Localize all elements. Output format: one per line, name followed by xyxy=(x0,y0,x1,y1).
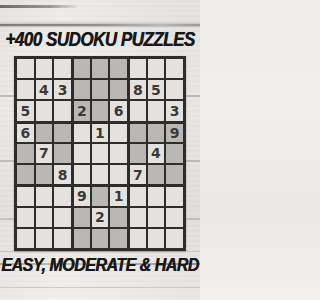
sudoku-cell-r1c4 xyxy=(73,59,90,78)
plank-seam xyxy=(0,5,200,8)
sudoku-cell-r5c3 xyxy=(54,144,71,163)
sudoku-cell-r2c4 xyxy=(73,80,90,99)
sudoku-cell-r3c1: 5 xyxy=(17,101,34,120)
sudoku-cell-r5c1 xyxy=(17,144,34,163)
sudoku-cell-r5c9 xyxy=(166,144,183,163)
sudoku-cell-r7c8 xyxy=(148,186,165,205)
sudoku-cell-r4c4 xyxy=(73,123,90,142)
sudoku-cell-r4c9: 9 xyxy=(166,123,183,142)
sudoku-cell-r4c7 xyxy=(129,123,146,142)
sudoku-cell-r8c3 xyxy=(54,208,71,227)
sudoku-cell-r6c2 xyxy=(36,165,53,184)
sudoku-cell-r6c6 xyxy=(110,165,127,184)
sudoku-cell-r3c6: 6 xyxy=(110,101,127,120)
sudoku-cell-r2c9 xyxy=(166,80,183,99)
sudoku-cell-r4c1: 6 xyxy=(17,123,34,142)
sudoku-cell-r9c2 xyxy=(36,229,53,248)
sudoku-cell-r9c8 xyxy=(148,229,165,248)
sudoku-cell-r2c3: 3 xyxy=(54,80,71,99)
sudoku-cell-r1c1 xyxy=(17,59,34,78)
sudoku-cell-r8c4 xyxy=(73,208,90,227)
sudoku-cell-r7c4: 9 xyxy=(73,186,90,205)
sudoku-cell-r1c5 xyxy=(92,59,109,78)
sudoku-cell-r7c9 xyxy=(166,186,183,205)
sudoku-cell-r7c6: 1 xyxy=(110,186,127,205)
sudoku-cell-r6c4 xyxy=(73,165,90,184)
sudoku-cell-r7c3 xyxy=(54,186,71,205)
plank-seam xyxy=(0,251,200,252)
sudoku-cell-r4c2 xyxy=(36,123,53,142)
sudoku-cell-r9c1 xyxy=(17,229,34,248)
sudoku-cell-r5c6 xyxy=(110,144,127,163)
plank-seam xyxy=(0,24,200,26)
sudoku-cell-r4c8 xyxy=(148,123,165,142)
sudoku-cell-r7c7 xyxy=(129,186,146,205)
sudoku-cell-r4c5: 1 xyxy=(92,123,109,142)
sudoku-cell-r6c5 xyxy=(92,165,109,184)
sudoku-cell-r9c7 xyxy=(129,229,146,248)
sudoku-cell-r6c7: 7 xyxy=(129,165,146,184)
sudoku-cell-r2c6 xyxy=(110,80,127,99)
sudoku-cell-r3c5 xyxy=(92,101,109,120)
sudoku-cell-r2c1 xyxy=(17,80,34,99)
sudoku-cell-r2c2: 4 xyxy=(36,80,53,99)
sudoku-cell-r5c2: 7 xyxy=(36,144,53,163)
sudoku-cell-r3c3 xyxy=(54,101,71,120)
sudoku-cell-r8c7 xyxy=(129,208,146,227)
sudoku-cell-r3c7 xyxy=(129,101,146,120)
book-subtitle: EASY, MODERATE & HARD xyxy=(0,254,200,275)
sudoku-cell-r7c2 xyxy=(36,186,53,205)
sudoku-cell-r8c9 xyxy=(166,208,183,227)
sudoku-cell-r6c9 xyxy=(166,165,183,184)
sudoku-cell-r2c7: 8 xyxy=(129,80,146,99)
sudoku-cell-r5c8: 4 xyxy=(148,144,165,163)
sudoku-cell-r6c8 xyxy=(148,165,165,184)
sudoku-cell-r1c6 xyxy=(110,59,127,78)
sudoku-cell-r5c7 xyxy=(129,144,146,163)
sudoku-cell-r1c8 xyxy=(148,59,165,78)
sudoku-cell-r7c5 xyxy=(92,186,109,205)
sudoku-cell-r6c3: 8 xyxy=(54,165,71,184)
sudoku-cell-r8c5: 2 xyxy=(92,208,109,227)
book-title: +400 SUDOKU PUZZLES xyxy=(0,28,200,52)
sudoku-cell-r3c4: 2 xyxy=(73,101,90,120)
sudoku-cell-r2c8: 5 xyxy=(148,80,165,99)
sudoku-cell-r1c2 xyxy=(36,59,53,78)
sudoku-cell-r7c1 xyxy=(17,186,34,205)
sudoku-cell-r1c7 xyxy=(129,59,146,78)
sudoku-cell-r8c6 xyxy=(110,208,127,227)
sudoku-cell-r4c3 xyxy=(54,123,71,142)
sudoku-cell-r3c8 xyxy=(148,101,165,120)
sudoku-cell-r3c9: 3 xyxy=(166,101,183,120)
sudoku-cell-r2c5 xyxy=(92,80,109,99)
sudoku-cell-r6c1 xyxy=(17,165,34,184)
sudoku-cell-r1c9 xyxy=(166,59,183,78)
sudoku-cell-r9c5 xyxy=(92,229,109,248)
sudoku-cell-r8c1 xyxy=(17,208,34,227)
sudoku-cell-r9c6 xyxy=(110,229,127,248)
sudoku-cell-r8c8 xyxy=(148,208,165,227)
plank-seam xyxy=(0,287,200,288)
sudoku-cell-r1c3 xyxy=(54,59,71,78)
sudoku-cell-r9c9 xyxy=(166,229,183,248)
sudoku-cell-r3c2 xyxy=(36,101,53,120)
sudoku-cell-r9c3 xyxy=(54,229,71,248)
sudoku-cell-r5c5 xyxy=(92,144,109,163)
sudoku-cell-r8c2 xyxy=(36,208,53,227)
sudoku-board: 438552636197487912 xyxy=(14,56,186,251)
sudoku-cell-r4c6 xyxy=(110,123,127,142)
sudoku-cell-r5c4 xyxy=(73,144,90,163)
sudoku-cell-r9c4 xyxy=(73,229,90,248)
